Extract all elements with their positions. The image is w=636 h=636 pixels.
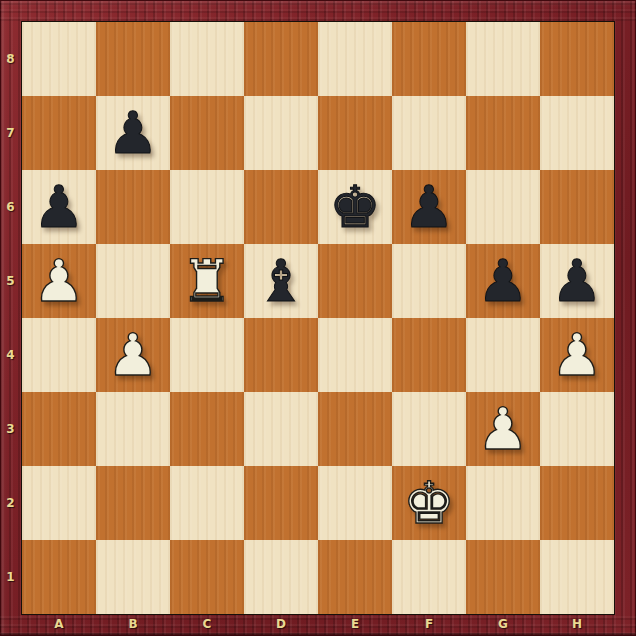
chessboard-frame: 87654321 ABCDEFGH ♟♟♚♟♟♜♝♟♟♟♟♟♚ (0, 0, 636, 636)
rank-label-5: 5 (0, 244, 21, 318)
square-d4[interactable] (244, 318, 318, 392)
square-f6[interactable]: ♟ (392, 170, 466, 244)
square-f7[interactable] (392, 96, 466, 170)
file-label-b: B (96, 614, 170, 634)
square-e5[interactable] (318, 244, 392, 318)
square-f8[interactable] (392, 22, 466, 96)
square-h2[interactable] (540, 466, 614, 540)
square-g5[interactable]: ♟ (466, 244, 540, 318)
square-f3[interactable] (392, 392, 466, 466)
chessboard: ♟♟♚♟♟♜♝♟♟♟♟♟♚ (21, 21, 615, 615)
square-h4[interactable]: ♟ (540, 318, 614, 392)
square-c6[interactable] (170, 170, 244, 244)
square-d2[interactable] (244, 466, 318, 540)
square-g1[interactable] (466, 540, 540, 614)
piece-black-king[interactable]: ♚ (329, 170, 381, 244)
square-g6[interactable] (466, 170, 540, 244)
square-h5[interactable]: ♟ (540, 244, 614, 318)
rank-label-7: 7 (0, 96, 21, 170)
square-g4[interactable] (466, 318, 540, 392)
square-g2[interactable] (466, 466, 540, 540)
piece-white-pawn[interactable]: ♟ (33, 244, 85, 318)
piece-white-pawn[interactable]: ♟ (551, 318, 603, 392)
file-label-a: A (22, 614, 96, 634)
square-b7[interactable]: ♟ (96, 96, 170, 170)
piece-black-pawn[interactable]: ♟ (33, 170, 85, 244)
square-b4[interactable]: ♟ (96, 318, 170, 392)
square-g3[interactable]: ♟ (466, 392, 540, 466)
square-a8[interactable] (22, 22, 96, 96)
piece-black-pawn[interactable]: ♟ (107, 96, 159, 170)
square-e3[interactable] (318, 392, 392, 466)
square-b2[interactable] (96, 466, 170, 540)
square-c7[interactable] (170, 96, 244, 170)
rank-label-3: 3 (0, 392, 21, 466)
square-e8[interactable] (318, 22, 392, 96)
square-a3[interactable] (22, 392, 96, 466)
square-b8[interactable] (96, 22, 170, 96)
piece-white-king[interactable]: ♚ (403, 466, 455, 540)
square-h3[interactable] (540, 392, 614, 466)
file-label-c: C (170, 614, 244, 634)
square-b5[interactable] (96, 244, 170, 318)
square-b6[interactable] (96, 170, 170, 244)
square-e1[interactable] (318, 540, 392, 614)
square-g7[interactable] (466, 96, 540, 170)
piece-white-pawn[interactable]: ♟ (477, 392, 529, 466)
rank-label-2: 2 (0, 466, 21, 540)
square-e6[interactable]: ♚ (318, 170, 392, 244)
rank-label-6: 6 (0, 170, 21, 244)
square-h6[interactable] (540, 170, 614, 244)
square-d6[interactable] (244, 170, 318, 244)
square-a7[interactable] (22, 96, 96, 170)
square-e2[interactable] (318, 466, 392, 540)
square-c3[interactable] (170, 392, 244, 466)
square-f1[interactable] (392, 540, 466, 614)
piece-black-bishop[interactable]: ♝ (255, 244, 307, 318)
piece-white-pawn[interactable]: ♟ (107, 318, 159, 392)
square-f2[interactable]: ♚ (392, 466, 466, 540)
square-c8[interactable] (170, 22, 244, 96)
square-d7[interactable] (244, 96, 318, 170)
square-a5[interactable]: ♟ (22, 244, 96, 318)
square-b3[interactable] (96, 392, 170, 466)
file-label-h: H (540, 614, 614, 634)
square-c2[interactable] (170, 466, 244, 540)
square-d8[interactable] (244, 22, 318, 96)
square-h8[interactable] (540, 22, 614, 96)
rank-label-1: 1 (0, 540, 21, 614)
piece-black-pawn[interactable]: ♟ (551, 244, 603, 318)
file-label-e: E (318, 614, 392, 634)
square-e7[interactable] (318, 96, 392, 170)
square-d3[interactable] (244, 392, 318, 466)
square-c5[interactable]: ♜ (170, 244, 244, 318)
frame-top-rail (0, 0, 636, 21)
square-c1[interactable] (170, 540, 244, 614)
square-d5[interactable]: ♝ (244, 244, 318, 318)
square-b1[interactable] (96, 540, 170, 614)
rank-label-4: 4 (0, 318, 21, 392)
square-f4[interactable] (392, 318, 466, 392)
square-h7[interactable] (540, 96, 614, 170)
file-label-g: G (466, 614, 540, 634)
piece-white-rook[interactable]: ♜ (181, 244, 233, 318)
square-c4[interactable] (170, 318, 244, 392)
square-a2[interactable] (22, 466, 96, 540)
square-d1[interactable] (244, 540, 318, 614)
square-e4[interactable] (318, 318, 392, 392)
square-g8[interactable] (466, 22, 540, 96)
square-h1[interactable] (540, 540, 614, 614)
square-a4[interactable] (22, 318, 96, 392)
file-label-f: F (392, 614, 466, 634)
piece-black-pawn[interactable]: ♟ (403, 170, 455, 244)
square-f5[interactable] (392, 244, 466, 318)
piece-black-pawn[interactable]: ♟ (477, 244, 529, 318)
file-label-d: D (244, 614, 318, 634)
square-a6[interactable]: ♟ (22, 170, 96, 244)
rank-label-8: 8 (0, 22, 21, 96)
square-a1[interactable] (22, 540, 96, 614)
